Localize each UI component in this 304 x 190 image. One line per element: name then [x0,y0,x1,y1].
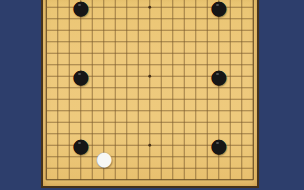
black-stone-glyph: ● [210,2,227,14]
black-stone-glyph: ● [72,2,89,14]
white-stone-glyph: ● [96,153,113,165]
black-stone-glyph: ● [210,140,227,152]
stones-layer[interactable]: ●●●●●●● [41,0,260,186]
black-stone-D10[interactable]: ● [75,71,87,83]
black-stone-Q4[interactable]: ● [213,140,225,152]
black-stone-glyph: ● [210,71,227,83]
white-stone-F3[interactable]: ● [98,151,110,163]
black-stone-Q10[interactable]: ● [213,71,225,83]
black-stone-glyph: ● [72,140,89,152]
black-stone-Q16[interactable]: ● [213,2,225,14]
go-app-screenshot: ●●●●●●● [0,0,304,190]
black-stone-glyph: ● [72,71,89,83]
black-stone-D4[interactable]: ● [75,140,87,152]
black-stone-D16[interactable]: ● [75,2,87,14]
